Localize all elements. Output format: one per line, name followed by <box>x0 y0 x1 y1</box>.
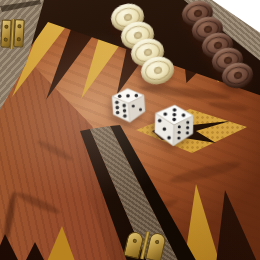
photo-vignette <box>0 0 260 260</box>
backgammon-case-photo <box>0 0 260 260</box>
